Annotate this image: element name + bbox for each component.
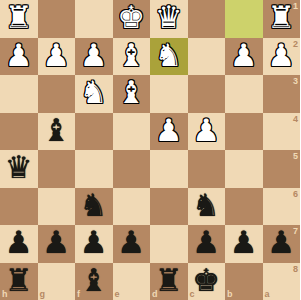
square-b6[interactable]: [225, 188, 263, 226]
rank-label-3: 3: [293, 77, 298, 86]
square-d7[interactable]: [150, 225, 188, 263]
square-a8[interactable]: 8a: [263, 263, 301, 300]
square-e2[interactable]: ♝: [113, 38, 151, 76]
piece-white-rook[interactable]: ♜: [267, 0, 295, 37]
rank-label-6: 6: [293, 190, 298, 199]
square-h7[interactable]: ♟: [0, 225, 38, 263]
square-c1[interactable]: [188, 0, 226, 38]
square-a2[interactable]: ♟2: [263, 38, 301, 76]
piece-black-rook[interactable]: ♜: [155, 263, 183, 300]
square-b5[interactable]: [225, 150, 263, 188]
square-f7[interactable]: ♟: [75, 225, 113, 263]
square-d3[interactable]: [150, 75, 188, 113]
piece-black-bishop[interactable]: ♝: [42, 113, 70, 150]
piece-black-pawn[interactable]: ♟: [192, 225, 220, 262]
square-g5[interactable]: [38, 150, 76, 188]
square-c5[interactable]: [188, 150, 226, 188]
piece-white-pawn[interactable]: ♟: [5, 38, 33, 75]
piece-white-pawn[interactable]: ♟: [42, 38, 70, 75]
square-d2[interactable]: ♞: [150, 38, 188, 76]
square-c6[interactable]: ♞: [188, 188, 226, 226]
square-h6[interactable]: [0, 188, 38, 226]
square-b3[interactable]: [225, 75, 263, 113]
rank-label-2: 2: [293, 40, 298, 49]
chess-board: ♜♚♛♜1♟♟♟♝♞♟♟2♞♝3♝♟♟4♛5♞♞6♟♟♟♟♟♟♟7♜hg♝fe♜…: [0, 0, 300, 300]
piece-black-pawn[interactable]: ♟: [80, 225, 108, 262]
square-e8[interactable]: e: [113, 263, 151, 300]
piece-white-pawn[interactable]: ♟: [230, 38, 258, 75]
square-g7[interactable]: ♟: [38, 225, 76, 263]
square-e4[interactable]: [113, 113, 151, 151]
piece-white-pawn[interactable]: ♟: [267, 38, 295, 75]
square-a3[interactable]: 3: [263, 75, 301, 113]
piece-white-knight[interactable]: ♞: [80, 75, 108, 112]
piece-black-pawn[interactable]: ♟: [117, 225, 145, 262]
square-a5[interactable]: 5: [263, 150, 301, 188]
file-label-a: a: [265, 290, 270, 299]
square-h1[interactable]: ♜: [0, 0, 38, 38]
piece-black-pawn[interactable]: ♟: [230, 225, 258, 262]
piece-black-bishop[interactable]: ♝: [80, 263, 108, 300]
square-d8[interactable]: ♜d: [150, 263, 188, 300]
square-g1[interactable]: [38, 0, 76, 38]
file-label-d: d: [152, 290, 158, 299]
piece-black-rook[interactable]: ♜: [5, 263, 33, 300]
square-f1[interactable]: [75, 0, 113, 38]
piece-white-queen[interactable]: ♛: [155, 0, 183, 37]
piece-black-pawn[interactable]: ♟: [5, 225, 33, 262]
file-label-h: h: [2, 290, 8, 299]
rank-label-5: 5: [293, 152, 298, 161]
square-h3[interactable]: [0, 75, 38, 113]
piece-white-pawn[interactable]: ♟: [192, 113, 220, 150]
rank-label-4: 4: [293, 115, 298, 124]
square-g2[interactable]: ♟: [38, 38, 76, 76]
square-f8[interactable]: ♝f: [75, 263, 113, 300]
piece-black-pawn[interactable]: ♟: [267, 225, 295, 262]
square-c7[interactable]: ♟: [188, 225, 226, 263]
square-g3[interactable]: [38, 75, 76, 113]
square-f4[interactable]: [75, 113, 113, 151]
file-label-g: g: [40, 290, 46, 299]
square-h2[interactable]: ♟: [0, 38, 38, 76]
square-g8[interactable]: g: [38, 263, 76, 300]
square-c3[interactable]: [188, 75, 226, 113]
square-b2[interactable]: ♟: [225, 38, 263, 76]
piece-black-queen[interactable]: ♛: [5, 150, 33, 187]
square-f2[interactable]: ♟: [75, 38, 113, 76]
square-h4[interactable]: [0, 113, 38, 151]
square-a1[interactable]: ♜1: [263, 0, 301, 38]
square-e5[interactable]: [113, 150, 151, 188]
file-label-e: e: [115, 290, 120, 299]
file-label-b: b: [227, 290, 233, 299]
square-h5[interactable]: ♛: [0, 150, 38, 188]
square-f3[interactable]: ♞: [75, 75, 113, 113]
piece-white-pawn[interactable]: ♟: [80, 38, 108, 75]
square-e6[interactable]: [113, 188, 151, 226]
square-f6[interactable]: ♞: [75, 188, 113, 226]
square-d6[interactable]: [150, 188, 188, 226]
square-c2[interactable]: [188, 38, 226, 76]
square-a4[interactable]: 4: [263, 113, 301, 151]
square-g4[interactable]: ♝: [38, 113, 76, 151]
piece-black-knight[interactable]: ♞: [192, 188, 220, 225]
rank-label-8: 8: [293, 265, 298, 274]
square-d1[interactable]: ♛: [150, 0, 188, 38]
square-h8[interactable]: ♜h: [0, 263, 38, 300]
piece-white-bishop[interactable]: ♝: [117, 38, 145, 75]
piece-white-pawn[interactable]: ♟: [155, 113, 183, 150]
square-c8[interactable]: ♚c: [188, 263, 226, 300]
square-e7[interactable]: ♟: [113, 225, 151, 263]
square-b1[interactable]: [225, 0, 263, 38]
square-b8[interactable]: b: [225, 263, 263, 300]
square-a7[interactable]: ♟7: [263, 225, 301, 263]
file-label-c: c: [190, 290, 195, 299]
file-label-f: f: [77, 290, 80, 299]
square-b7[interactable]: ♟: [225, 225, 263, 263]
square-b4[interactable]: [225, 113, 263, 151]
square-e3[interactable]: ♝: [113, 75, 151, 113]
piece-white-king[interactable]: ♚: [117, 0, 145, 37]
square-g6[interactable]: [38, 188, 76, 226]
rank-label-1: 1: [293, 2, 298, 11]
rank-label-7: 7: [293, 227, 298, 236]
square-f5[interactable]: [75, 150, 113, 188]
piece-white-knight[interactable]: ♞: [155, 38, 183, 75]
piece-white-rook[interactable]: ♜: [5, 0, 33, 37]
piece-black-pawn[interactable]: ♟: [42, 225, 70, 262]
square-d5[interactable]: [150, 150, 188, 188]
square-d4[interactable]: ♟: [150, 113, 188, 151]
piece-white-bishop[interactable]: ♝: [117, 75, 145, 112]
piece-black-knight[interactable]: ♞: [80, 188, 108, 225]
square-a6[interactable]: 6: [263, 188, 301, 226]
square-c4[interactable]: ♟: [188, 113, 226, 151]
square-e1[interactable]: ♚: [113, 0, 151, 38]
piece-black-king[interactable]: ♚: [192, 263, 220, 300]
